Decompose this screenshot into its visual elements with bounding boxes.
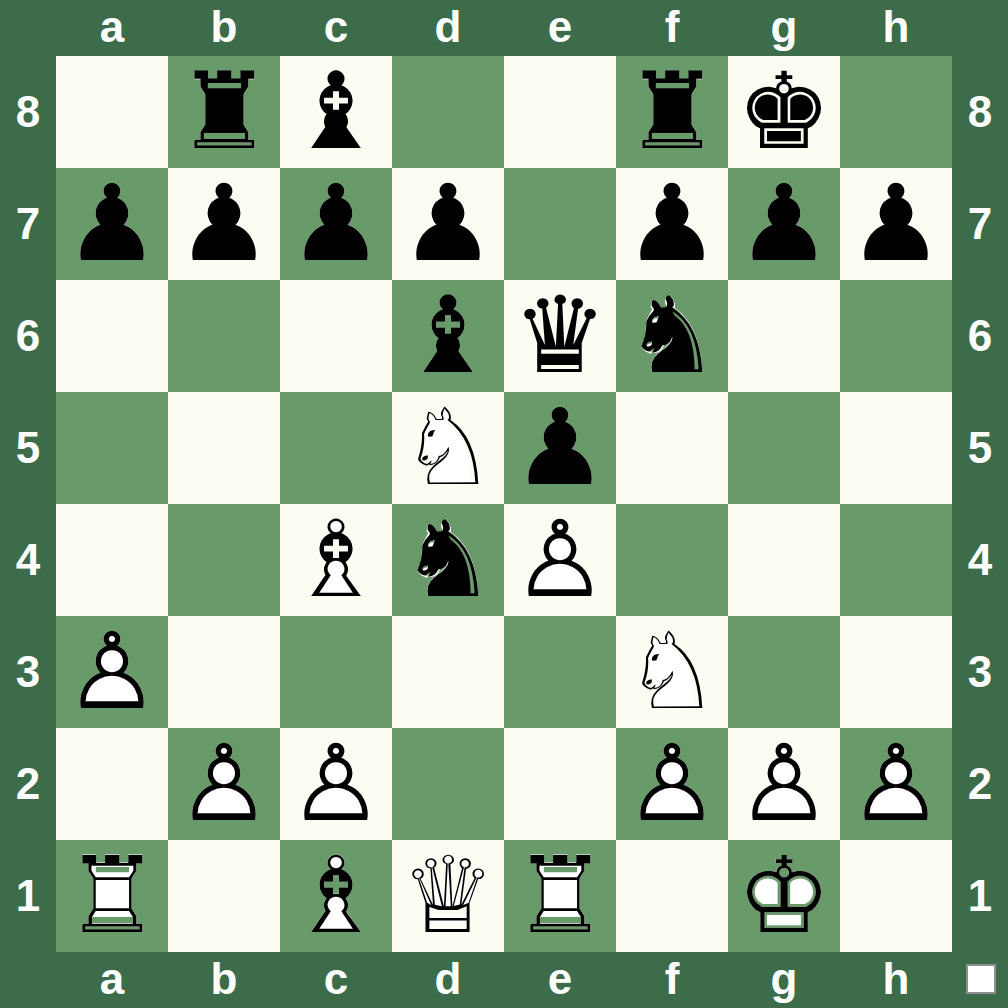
square-g8[interactable]: ♔♚ xyxy=(728,56,840,168)
piece-underlay: ♗ xyxy=(392,280,504,392)
piece-black-pawn: ♟ xyxy=(392,168,504,280)
piece-underlay: ♟ xyxy=(280,728,392,840)
piece-underlay: ♞ xyxy=(392,392,504,504)
piece-underlay: ♙ xyxy=(168,168,280,280)
piece-underlay: ♟ xyxy=(504,504,616,616)
piece-underlay: ♖ xyxy=(168,56,280,168)
square-h7[interactable]: ♙♟ xyxy=(840,168,952,280)
square-c3[interactable] xyxy=(280,616,392,728)
file-label-h-top: h xyxy=(840,0,952,56)
rank-label-8-right: 8 xyxy=(952,56,1008,168)
piece-black-king: ♚ xyxy=(728,56,840,168)
piece-white-knight: ♘ xyxy=(616,616,728,728)
piece-underlay: ♜ xyxy=(56,840,168,952)
square-f4[interactable] xyxy=(616,504,728,616)
file-label-e-top: e xyxy=(504,0,616,56)
piece-black-pawn: ♟ xyxy=(56,168,168,280)
square-h8[interactable] xyxy=(840,56,952,168)
piece-underlay: ♙ xyxy=(392,168,504,280)
piece-white-pawn: ♙ xyxy=(56,616,168,728)
piece-white-pawn: ♙ xyxy=(168,728,280,840)
rank-label-5-right: 5 xyxy=(952,392,1008,504)
piece-underlay: ♛ xyxy=(392,840,504,952)
file-label-g-top: g xyxy=(728,0,840,56)
piece-underlay: ♙ xyxy=(56,168,168,280)
square-a5[interactable] xyxy=(56,392,168,504)
file-label-g-bottom: g xyxy=(728,952,840,1008)
piece-black-pawn: ♟ xyxy=(168,168,280,280)
square-f2[interactable]: ♟♙ xyxy=(616,728,728,840)
square-g3[interactable] xyxy=(728,616,840,728)
piece-underlay: ♟ xyxy=(840,728,952,840)
piece-black-queen: ♛ xyxy=(504,280,616,392)
square-a8[interactable] xyxy=(56,56,168,168)
square-b6[interactable] xyxy=(168,280,280,392)
file-label-a-bottom: a xyxy=(56,952,168,1008)
square-d3[interactable] xyxy=(392,616,504,728)
square-f1[interactable] xyxy=(616,840,728,952)
piece-white-pawn: ♙ xyxy=(840,728,952,840)
rank-label-6-right: 6 xyxy=(952,280,1008,392)
piece-underlay: ♙ xyxy=(504,392,616,504)
piece-white-rook: ♖ xyxy=(56,840,168,952)
square-h4[interactable] xyxy=(840,504,952,616)
side-to-move-indicator xyxy=(966,964,996,994)
file-label-f-bottom: f xyxy=(616,952,728,1008)
chess-board: ♖♜♗♝♖♜♔♚♙♟♙♟♙♟♙♟♙♟♙♟♙♟♗♝♕♛♘♞♞♘♙♟♝♗♘♞♟♙♟♙… xyxy=(56,56,952,952)
square-d7[interactable]: ♙♟ xyxy=(392,168,504,280)
board-frame: ♖♜♗♝♖♜♔♚♙♟♙♟♙♟♙♟♙♟♙♟♙♟♗♝♕♛♘♞♞♘♙♟♝♗♘♞♟♙♟♙… xyxy=(0,0,1008,1008)
square-a2[interactable] xyxy=(56,728,168,840)
square-h3[interactable] xyxy=(840,616,952,728)
square-a3[interactable]: ♟♙ xyxy=(56,616,168,728)
piece-black-bishop: ♝ xyxy=(280,56,392,168)
piece-black-knight: ♞ xyxy=(392,504,504,616)
square-c6[interactable] xyxy=(280,280,392,392)
file-label-b-bottom: b xyxy=(168,952,280,1008)
file-label-d-top: d xyxy=(392,0,504,56)
piece-underlay: ♙ xyxy=(840,168,952,280)
square-d6[interactable]: ♗♝ xyxy=(392,280,504,392)
piece-underlay: ♕ xyxy=(504,280,616,392)
piece-white-pawn: ♙ xyxy=(728,728,840,840)
piece-white-pawn: ♙ xyxy=(280,728,392,840)
rank-label-7-right: 7 xyxy=(952,168,1008,280)
square-c5[interactable] xyxy=(280,392,392,504)
rank-label-5-left: 5 xyxy=(0,392,56,504)
piece-underlay: ♘ xyxy=(392,504,504,616)
piece-underlay: ♙ xyxy=(728,168,840,280)
rank-label-4-left: 4 xyxy=(0,504,56,616)
square-e7[interactable] xyxy=(504,168,616,280)
rank-label-4-right: 4 xyxy=(952,504,1008,616)
square-e1[interactable]: ♜♖ xyxy=(504,840,616,952)
rank-label-2-left: 2 xyxy=(0,728,56,840)
square-g4[interactable] xyxy=(728,504,840,616)
rank-label-3-left: 3 xyxy=(0,616,56,728)
file-label-e-bottom: e xyxy=(504,952,616,1008)
piece-white-knight: ♘ xyxy=(392,392,504,504)
square-d2[interactable] xyxy=(392,728,504,840)
square-c2[interactable]: ♟♙ xyxy=(280,728,392,840)
piece-white-pawn: ♙ xyxy=(616,728,728,840)
file-label-a-top: a xyxy=(56,0,168,56)
piece-underlay: ♝ xyxy=(280,504,392,616)
square-f7[interactable]: ♙♟ xyxy=(616,168,728,280)
square-f3[interactable]: ♞♘ xyxy=(616,616,728,728)
piece-underlay: ♘ xyxy=(616,280,728,392)
piece-white-queen: ♕ xyxy=(392,840,504,952)
square-h6[interactable] xyxy=(840,280,952,392)
piece-white-bishop: ♗ xyxy=(280,840,392,952)
square-c1[interactable]: ♝♗ xyxy=(280,840,392,952)
piece-black-pawn: ♟ xyxy=(504,392,616,504)
piece-black-bishop: ♝ xyxy=(392,280,504,392)
rank-label-1-left: 1 xyxy=(0,840,56,952)
piece-black-pawn: ♟ xyxy=(280,168,392,280)
square-b1[interactable] xyxy=(168,840,280,952)
piece-white-pawn: ♙ xyxy=(504,504,616,616)
square-b7[interactable]: ♙♟ xyxy=(168,168,280,280)
piece-underlay: ♝ xyxy=(280,840,392,952)
piece-underlay: ♔ xyxy=(728,56,840,168)
square-f8[interactable]: ♖♜ xyxy=(616,56,728,168)
square-e2[interactable] xyxy=(504,728,616,840)
square-e4[interactable]: ♟♙ xyxy=(504,504,616,616)
rank-label-6-left: 6 xyxy=(0,280,56,392)
square-f6[interactable]: ♘♞ xyxy=(616,280,728,392)
square-c7[interactable]: ♙♟ xyxy=(280,168,392,280)
piece-underlay: ♖ xyxy=(616,56,728,168)
square-e3[interactable] xyxy=(504,616,616,728)
file-label-h-bottom: h xyxy=(840,952,952,1008)
square-g6[interactable] xyxy=(728,280,840,392)
square-c4[interactable]: ♝♗ xyxy=(280,504,392,616)
square-b3[interactable] xyxy=(168,616,280,728)
piece-underlay: ♟ xyxy=(168,728,280,840)
piece-black-pawn: ♟ xyxy=(840,168,952,280)
square-b4[interactable] xyxy=(168,504,280,616)
square-e8[interactable] xyxy=(504,56,616,168)
piece-white-bishop: ♗ xyxy=(280,504,392,616)
piece-black-rook: ♜ xyxy=(616,56,728,168)
piece-underlay: ♞ xyxy=(616,616,728,728)
square-a4[interactable] xyxy=(56,504,168,616)
square-h5[interactable] xyxy=(840,392,952,504)
piece-underlay: ♗ xyxy=(280,56,392,168)
square-b5[interactable] xyxy=(168,392,280,504)
file-label-b-top: b xyxy=(168,0,280,56)
piece-black-rook: ♜ xyxy=(168,56,280,168)
square-c8[interactable]: ♗♝ xyxy=(280,56,392,168)
square-b2[interactable]: ♟♙ xyxy=(168,728,280,840)
piece-underlay: ♜ xyxy=(504,840,616,952)
square-a1[interactable]: ♜♖ xyxy=(56,840,168,952)
square-d5[interactable]: ♞♘ xyxy=(392,392,504,504)
square-b8[interactable]: ♖♜ xyxy=(168,56,280,168)
rank-label-8-left: 8 xyxy=(0,56,56,168)
rank-label-3-right: 3 xyxy=(952,616,1008,728)
file-label-d-bottom: d xyxy=(392,952,504,1008)
square-e5[interactable]: ♙♟ xyxy=(504,392,616,504)
square-h2[interactable]: ♟♙ xyxy=(840,728,952,840)
piece-underlay: ♟ xyxy=(616,728,728,840)
square-d4[interactable]: ♘♞ xyxy=(392,504,504,616)
square-h1[interactable] xyxy=(840,840,952,952)
square-d8[interactable] xyxy=(392,56,504,168)
square-g2[interactable]: ♟♙ xyxy=(728,728,840,840)
file-label-f-top: f xyxy=(616,0,728,56)
piece-underlay: ♙ xyxy=(616,168,728,280)
square-g1[interactable]: ♚♔ xyxy=(728,840,840,952)
square-e6[interactable]: ♕♛ xyxy=(504,280,616,392)
rank-label-1-right: 1 xyxy=(952,840,1008,952)
square-g7[interactable]: ♙♟ xyxy=(728,168,840,280)
file-label-c-top: c xyxy=(280,0,392,56)
piece-black-pawn: ♟ xyxy=(616,168,728,280)
piece-underlay: ♟ xyxy=(56,616,168,728)
piece-underlay: ♙ xyxy=(280,168,392,280)
piece-black-knight: ♞ xyxy=(616,280,728,392)
rank-label-7-left: 7 xyxy=(0,168,56,280)
piece-underlay: ♚ xyxy=(728,840,840,952)
piece-white-rook: ♖ xyxy=(504,840,616,952)
square-f5[interactable] xyxy=(616,392,728,504)
file-label-c-bottom: c xyxy=(280,952,392,1008)
square-g5[interactable] xyxy=(728,392,840,504)
piece-white-king: ♔ xyxy=(728,840,840,952)
piece-underlay: ♟ xyxy=(728,728,840,840)
piece-black-pawn: ♟ xyxy=(728,168,840,280)
square-d1[interactable]: ♛♕ xyxy=(392,840,504,952)
square-a6[interactable] xyxy=(56,280,168,392)
rank-label-2-right: 2 xyxy=(952,728,1008,840)
square-a7[interactable]: ♙♟ xyxy=(56,168,168,280)
